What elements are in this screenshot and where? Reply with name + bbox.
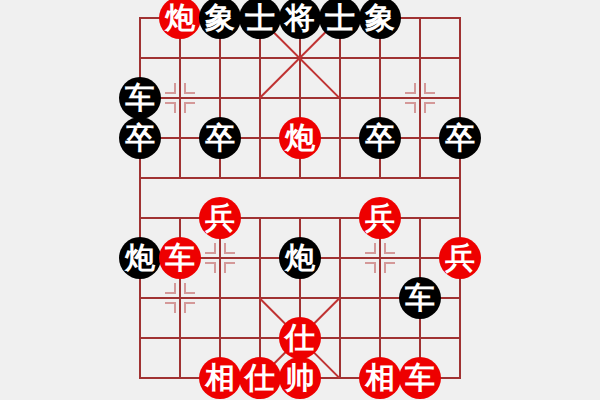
- point-marker-bracket: [184, 83, 195, 94]
- piece-black-soldier[interactable]: 卒: [439, 117, 481, 159]
- point-marker-bracket: [424, 102, 435, 113]
- piece-red-soldier[interactable]: 兵: [439, 237, 481, 279]
- grid-line: [379, 217, 381, 379]
- piece-red-advisor[interactable]: 仕: [279, 317, 321, 359]
- point-marker-bracket: [405, 83, 416, 94]
- piece-red-chariot[interactable]: 车: [159, 237, 201, 279]
- piece-black-general[interactable]: 将: [279, 0, 321, 39]
- point-marker-bracket: [405, 102, 416, 113]
- point-marker-bracket: [205, 262, 216, 273]
- point-marker-bracket: [184, 283, 195, 294]
- point-marker-bracket: [165, 283, 176, 294]
- piece-black-cannon[interactable]: 炮: [279, 237, 321, 279]
- point-marker-bracket: [165, 302, 176, 313]
- piece-black-chariot[interactable]: 车: [399, 277, 441, 319]
- point-marker-bracket: [184, 102, 195, 113]
- piece-red-cannon[interactable]: 炮: [159, 0, 201, 39]
- grid-line: [139, 17, 141, 379]
- piece-black-advisor[interactable]: 士: [239, 0, 281, 39]
- grid-line: [219, 217, 221, 379]
- point-marker-bracket: [365, 262, 376, 273]
- point-marker-bracket: [365, 243, 376, 254]
- piece-red-elephant[interactable]: 相: [199, 357, 241, 399]
- piece-red-elephant[interactable]: 相: [359, 357, 401, 399]
- piece-black-advisor[interactable]: 士: [319, 0, 361, 39]
- grid-line: [459, 17, 461, 379]
- piece-black-soldier[interactable]: 卒: [119, 117, 161, 159]
- xiangqi-board[interactable]: 炮象士将士象车卒卒炮卒卒兵兵炮车炮兵车仕相仕帅相车: [0, 0, 600, 400]
- grid-line: [179, 17, 181, 179]
- point-marker-bracket: [384, 243, 395, 254]
- point-marker-bracket: [165, 83, 176, 94]
- piece-black-soldier[interactable]: 卒: [199, 117, 241, 159]
- piece-red-soldier[interactable]: 兵: [359, 197, 401, 239]
- piece-black-elephant[interactable]: 象: [359, 0, 401, 39]
- piece-red-cannon[interactable]: 炮: [279, 117, 321, 159]
- point-marker-bracket: [165, 102, 176, 113]
- piece-red-soldier[interactable]: 兵: [199, 197, 241, 239]
- piece-black-elephant[interactable]: 象: [199, 0, 241, 39]
- piece-red-advisor[interactable]: 仕: [239, 357, 281, 399]
- point-marker-bracket: [184, 302, 195, 313]
- point-marker-bracket: [205, 243, 216, 254]
- piece-red-chariot[interactable]: 车: [399, 357, 441, 399]
- piece-black-cannon[interactable]: 炮: [119, 237, 161, 279]
- piece-black-chariot[interactable]: 车: [119, 77, 161, 119]
- point-marker-bracket: [424, 83, 435, 94]
- piece-red-general[interactable]: 帅: [279, 357, 321, 399]
- point-marker-bracket: [224, 243, 235, 254]
- point-marker-bracket: [224, 262, 235, 273]
- grid-line: [419, 17, 421, 179]
- point-marker-bracket: [384, 262, 395, 273]
- piece-black-soldier[interactable]: 卒: [359, 117, 401, 159]
